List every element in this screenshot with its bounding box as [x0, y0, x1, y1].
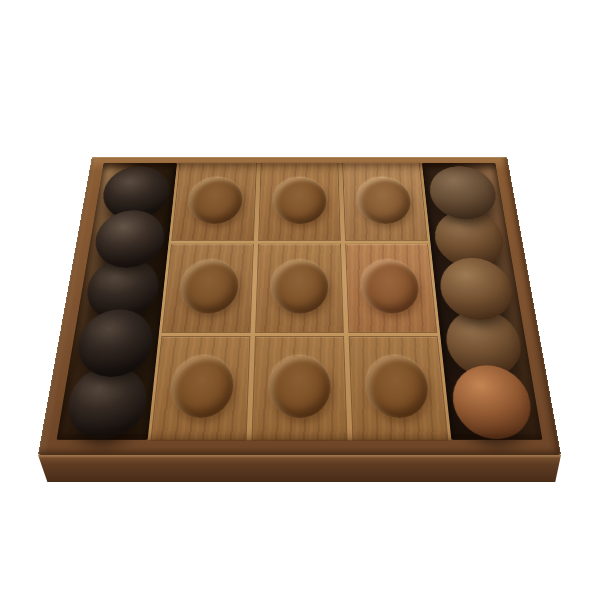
cell-r3c2[interactable] — [252, 337, 346, 440]
wooden-tictactoe-box — [0, 0, 600, 600]
dark-ball-4[interactable] — [73, 309, 156, 376]
dimple-recess — [360, 261, 420, 314]
dimple-recess — [268, 356, 330, 418]
dimple-recess — [356, 178, 412, 224]
light-ball-3[interactable] — [437, 258, 516, 320]
dark-ball-2[interactable] — [91, 210, 167, 267]
cell-r3c1[interactable] — [152, 337, 250, 440]
dimple-recess — [365, 356, 430, 418]
cell-r2c2[interactable] — [256, 244, 343, 332]
cell-r2c3[interactable] — [346, 244, 436, 332]
dimple-recess — [169, 356, 234, 418]
cell-r3c3[interactable] — [350, 337, 448, 440]
dimple-recess — [187, 178, 243, 224]
dimple-recess — [271, 261, 329, 314]
cell-r1c1[interactable] — [172, 163, 256, 240]
cell-r1c2[interactable] — [259, 163, 340, 240]
cell-r1c3[interactable] — [343, 163, 427, 240]
dimple-recess — [179, 261, 239, 314]
product-photo-stage — [0, 0, 600, 600]
light-ball-5[interactable] — [449, 365, 536, 439]
tic-tac-toe-grid — [152, 163, 448, 440]
light-ball-1[interactable] — [427, 166, 500, 219]
box-front-face — [38, 455, 561, 482]
game-box-top — [38, 157, 561, 455]
box-interior — [57, 163, 543, 440]
cell-r2c1[interactable] — [163, 244, 253, 332]
dimple-recess — [273, 178, 327, 224]
